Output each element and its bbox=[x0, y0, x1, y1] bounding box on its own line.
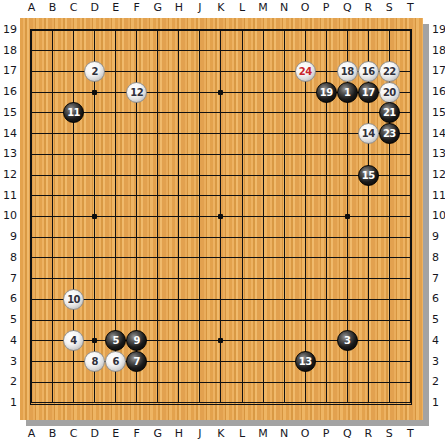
column-label-top: R bbox=[358, 1, 378, 15]
column-label-top: T bbox=[400, 1, 420, 15]
row-label-right: 19 bbox=[432, 23, 445, 37]
row-label-left: 13 bbox=[0, 147, 17, 161]
row-label-left: 7 bbox=[0, 272, 17, 286]
stone-black-E4[interactable]: 5 bbox=[105, 330, 126, 351]
column-label-bottom: O bbox=[295, 427, 315, 441]
grid-line-horizontal bbox=[31, 402, 411, 403]
row-label-right: 13 bbox=[432, 147, 445, 161]
grid-line-horizontal bbox=[31, 237, 411, 238]
stone-number: 11 bbox=[64, 103, 83, 122]
stone-number: 14 bbox=[359, 124, 378, 143]
column-label-bottom: A bbox=[22, 427, 42, 441]
column-label-bottom: P bbox=[316, 427, 336, 441]
stone-black-S15[interactable]: 21 bbox=[379, 102, 400, 123]
stone-number: 19 bbox=[317, 83, 336, 102]
stone-number: 18 bbox=[338, 62, 357, 81]
stone-number: 15 bbox=[359, 166, 378, 185]
stone-black-Q16[interactable]: 1 bbox=[337, 82, 358, 103]
stone-black-R12[interactable]: 15 bbox=[358, 165, 379, 186]
stone-black-P16[interactable]: 19 bbox=[316, 82, 337, 103]
row-label-left: 15 bbox=[0, 106, 17, 120]
column-label-top: D bbox=[85, 1, 105, 15]
row-label-right: 12 bbox=[432, 168, 445, 182]
row-label-left: 9 bbox=[0, 230, 17, 244]
grid-line-vertical bbox=[242, 30, 243, 404]
stone-white-D17[interactable]: 2 bbox=[84, 61, 105, 82]
stone-number: 4 bbox=[64, 331, 83, 350]
stone-number: 3 bbox=[338, 331, 357, 350]
column-label-bottom: C bbox=[64, 427, 84, 441]
column-label-bottom: E bbox=[106, 427, 126, 441]
row-label-left: 3 bbox=[0, 355, 17, 369]
row-label-right: 1 bbox=[432, 396, 445, 410]
row-label-right: 10 bbox=[432, 209, 445, 223]
row-label-left: 4 bbox=[0, 334, 17, 348]
row-label-left: 1 bbox=[0, 396, 17, 410]
grid-line-horizontal bbox=[31, 382, 411, 383]
row-label-left: 19 bbox=[0, 23, 17, 37]
star-point bbox=[218, 90, 223, 95]
row-label-right: 5 bbox=[432, 313, 445, 327]
row-label-right: 7 bbox=[432, 272, 445, 286]
stone-number: 12 bbox=[127, 83, 146, 102]
star-point bbox=[92, 338, 97, 343]
row-label-right: 17 bbox=[432, 64, 445, 78]
go-board[interactable]: 123456789101112131415161718192021222324 bbox=[20, 18, 423, 420]
star-point bbox=[218, 338, 223, 343]
column-label-top: H bbox=[169, 1, 189, 15]
stone-white-Q17[interactable]: 18 bbox=[337, 61, 358, 82]
row-label-right: 11 bbox=[432, 189, 445, 203]
row-label-left: 16 bbox=[0, 85, 17, 99]
star-point bbox=[218, 214, 223, 219]
stone-number: 17 bbox=[359, 83, 378, 102]
column-label-top: F bbox=[127, 1, 147, 15]
row-label-right: 4 bbox=[432, 334, 445, 348]
row-label-right: 14 bbox=[432, 127, 445, 141]
column-label-top: E bbox=[106, 1, 126, 15]
column-label-bottom: S bbox=[379, 427, 399, 441]
stone-white-D3[interactable]: 8 bbox=[84, 351, 105, 372]
row-label-left: 12 bbox=[0, 168, 17, 182]
row-label-left: 5 bbox=[0, 313, 17, 327]
column-label-top: K bbox=[211, 1, 231, 15]
column-label-top: P bbox=[316, 1, 336, 15]
stone-black-F4[interactable]: 9 bbox=[126, 330, 147, 351]
star-point bbox=[92, 90, 97, 95]
row-label-left: 17 bbox=[0, 64, 17, 78]
stone-number: 23 bbox=[380, 124, 399, 143]
stone-white-O17[interactable]: 24 bbox=[295, 61, 316, 82]
column-label-top: N bbox=[274, 1, 294, 15]
stone-black-O3[interactable]: 13 bbox=[295, 351, 316, 372]
stone-number: 5 bbox=[106, 331, 125, 350]
column-label-top: B bbox=[43, 1, 63, 15]
column-label-top: O bbox=[295, 1, 315, 15]
grid-line-horizontal bbox=[31, 257, 411, 258]
column-label-top: M bbox=[253, 1, 273, 15]
column-label-top: L bbox=[232, 1, 252, 15]
row-label-right: 2 bbox=[432, 375, 445, 389]
column-label-bottom: F bbox=[127, 427, 147, 441]
stone-black-C15[interactable]: 11 bbox=[63, 102, 84, 123]
column-label-bottom: T bbox=[400, 427, 420, 441]
stone-white-E3[interactable]: 6 bbox=[105, 351, 126, 372]
row-label-right: 9 bbox=[432, 230, 445, 244]
stone-number: 8 bbox=[85, 352, 104, 371]
stone-black-F3[interactable]: 7 bbox=[126, 351, 147, 372]
column-label-bottom: N bbox=[274, 427, 294, 441]
stone-white-C6[interactable]: 10 bbox=[63, 289, 84, 310]
row-label-left: 11 bbox=[0, 189, 17, 203]
stone-white-R17[interactable]: 16 bbox=[358, 61, 379, 82]
column-label-bottom: H bbox=[169, 427, 189, 441]
stone-white-S17[interactable]: 22 bbox=[379, 61, 400, 82]
star-point bbox=[345, 214, 350, 219]
grid-line-vertical bbox=[410, 30, 411, 404]
column-label-bottom: K bbox=[211, 427, 231, 441]
stone-number: 9 bbox=[127, 331, 146, 350]
row-label-right: 16 bbox=[432, 85, 445, 99]
stone-number: 24 bbox=[296, 62, 315, 81]
column-label-bottom: G bbox=[148, 427, 168, 441]
column-label-top: G bbox=[148, 1, 168, 15]
row-label-right: 8 bbox=[432, 251, 445, 265]
column-label-bottom: R bbox=[358, 427, 378, 441]
column-label-bottom: Q bbox=[337, 427, 357, 441]
stone-white-F16[interactable]: 12 bbox=[126, 82, 147, 103]
column-label-top: C bbox=[64, 1, 84, 15]
row-label-left: 8 bbox=[0, 251, 17, 265]
stone-number: 21 bbox=[380, 103, 399, 122]
stone-number: 10 bbox=[64, 290, 83, 309]
stone-black-S14[interactable]: 23 bbox=[379, 123, 400, 144]
stone-number: 20 bbox=[380, 83, 399, 102]
stone-black-Q4[interactable]: 3 bbox=[337, 330, 358, 351]
stone-white-C4[interactable]: 4 bbox=[63, 330, 84, 351]
stone-white-R14[interactable]: 14 bbox=[358, 123, 379, 144]
stone-number: 1 bbox=[338, 83, 357, 102]
stone-number: 22 bbox=[380, 62, 399, 81]
grid-line-horizontal bbox=[31, 299, 411, 300]
grid-line-vertical bbox=[284, 30, 285, 404]
stone-number: 13 bbox=[296, 352, 315, 371]
stone-black-R16[interactable]: 17 bbox=[358, 82, 379, 103]
column-label-top: Q bbox=[337, 1, 357, 15]
grid-line-horizontal bbox=[31, 320, 411, 321]
row-label-left: 6 bbox=[0, 292, 17, 306]
stone-white-S16[interactable]: 20 bbox=[379, 82, 400, 103]
row-label-left: 14 bbox=[0, 127, 17, 141]
grid-line-horizontal bbox=[31, 278, 411, 279]
column-label-top: A bbox=[22, 1, 42, 15]
grid-line-vertical bbox=[305, 30, 306, 404]
star-point bbox=[92, 214, 97, 219]
row-label-left: 2 bbox=[0, 375, 17, 389]
column-label-bottom: D bbox=[85, 427, 105, 441]
row-label-right: 18 bbox=[432, 44, 445, 58]
column-label-bottom: J bbox=[190, 427, 210, 441]
row-label-right: 15 bbox=[432, 106, 445, 120]
stone-number: 2 bbox=[85, 62, 104, 81]
stone-number: 7 bbox=[127, 352, 146, 371]
row-label-left: 18 bbox=[0, 44, 17, 58]
column-label-top: J bbox=[190, 1, 210, 15]
column-label-top: S bbox=[379, 1, 399, 15]
row-label-right: 3 bbox=[432, 355, 445, 369]
grid-line-vertical bbox=[263, 30, 264, 404]
column-label-bottom: L bbox=[232, 427, 252, 441]
column-label-bottom: M bbox=[253, 427, 273, 441]
row-label-right: 6 bbox=[432, 292, 445, 306]
go-diagram-screen: 123456789101112131415161718192021222324 … bbox=[0, 0, 445, 441]
row-label-left: 10 bbox=[0, 209, 17, 223]
column-label-bottom: B bbox=[43, 427, 63, 441]
stone-number: 16 bbox=[359, 62, 378, 81]
stone-number: 6 bbox=[106, 352, 125, 371]
